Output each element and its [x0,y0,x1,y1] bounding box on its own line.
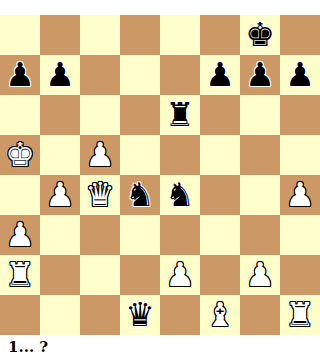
square-e3[interactable] [160,215,200,255]
square-e7[interactable] [160,55,200,95]
white-king-piece[interactable]: ♚ [5,135,35,175]
puzzle-window: BWTC.0764 ♚♟♟♟♟♟♜♚♟♟♛♞♞♟♟♜♟♟♛♝♜ 1... ? [0,0,320,360]
square-b4[interactable]: ♟ [40,175,80,215]
square-f6[interactable] [200,95,240,135]
white-rook-piece[interactable]: ♜ [5,255,35,295]
square-a8[interactable] [0,15,40,55]
square-d2[interactable] [120,255,160,295]
square-g1[interactable] [240,295,280,335]
square-h2[interactable] [280,255,320,295]
square-a1[interactable] [0,295,40,335]
square-b3[interactable] [40,215,80,255]
square-b2[interactable] [40,255,80,295]
black-rook-piece[interactable]: ♜ [165,95,195,135]
square-h1[interactable]: ♜ [280,295,320,335]
square-g2[interactable]: ♟ [240,255,280,295]
square-e8[interactable] [160,15,200,55]
white-pawn-piece[interactable]: ♟ [245,255,275,295]
square-d6[interactable] [120,95,160,135]
square-h5[interactable] [280,135,320,175]
square-c8[interactable] [80,15,120,55]
title-bar: BWTC.0764 [0,0,320,15]
square-f8[interactable] [200,15,240,55]
square-d5[interactable] [120,135,160,175]
square-f1[interactable]: ♝ [200,295,240,335]
square-e1[interactable] [160,295,200,335]
square-h6[interactable] [280,95,320,135]
square-e2[interactable]: ♟ [160,255,200,295]
square-g6[interactable] [240,95,280,135]
square-d4[interactable]: ♞ [120,175,160,215]
square-d8[interactable] [120,15,160,55]
square-a6[interactable] [0,95,40,135]
black-pawn-piece[interactable]: ♟ [285,55,315,95]
square-c3[interactable] [80,215,120,255]
square-c7[interactable] [80,55,120,95]
square-c1[interactable] [80,295,120,335]
square-d1[interactable]: ♛ [120,295,160,335]
white-queen-piece[interactable]: ♛ [85,175,115,215]
square-a5[interactable]: ♚ [0,135,40,175]
square-h4[interactable]: ♟ [280,175,320,215]
black-pawn-piece[interactable]: ♟ [205,55,235,95]
square-f3[interactable] [200,215,240,255]
black-pawn-piece[interactable]: ♟ [245,55,275,95]
square-b8[interactable] [40,15,80,55]
square-c2[interactable] [80,255,120,295]
black-queen-piece[interactable]: ♛ [125,295,155,335]
black-pawn-piece[interactable]: ♟ [5,55,35,95]
square-g5[interactable] [240,135,280,175]
white-pawn-piece[interactable]: ♟ [85,135,115,175]
square-g4[interactable] [240,175,280,215]
square-f5[interactable] [200,135,240,175]
square-a2[interactable]: ♜ [0,255,40,295]
white-pawn-piece[interactable]: ♟ [45,175,75,215]
square-d3[interactable] [120,215,160,255]
square-g3[interactable] [240,215,280,255]
square-b6[interactable] [40,95,80,135]
square-c5[interactable]: ♟ [80,135,120,175]
square-a7[interactable]: ♟ [0,55,40,95]
move-prompt: 1... ? [0,335,320,360]
square-d7[interactable] [120,55,160,95]
square-a3[interactable]: ♟ [0,215,40,255]
square-c4[interactable]: ♛ [80,175,120,215]
square-f4[interactable] [200,175,240,215]
square-g7[interactable]: ♟ [240,55,280,95]
black-knight-piece[interactable]: ♞ [125,175,155,215]
white-pawn-piece[interactable]: ♟ [5,215,35,255]
square-h8[interactable] [280,15,320,55]
black-knight-piece[interactable]: ♞ [165,175,195,215]
square-b5[interactable] [40,135,80,175]
square-b7[interactable]: ♟ [40,55,80,95]
square-f2[interactable] [200,255,240,295]
square-e4[interactable]: ♞ [160,175,200,215]
square-h7[interactable]: ♟ [280,55,320,95]
square-e6[interactable]: ♜ [160,95,200,135]
square-a4[interactable] [0,175,40,215]
black-king-piece[interactable]: ♚ [245,15,275,55]
square-f7[interactable]: ♟ [200,55,240,95]
white-rook-piece[interactable]: ♜ [285,295,315,335]
black-pawn-piece[interactable]: ♟ [45,55,75,95]
white-pawn-piece[interactable]: ♟ [285,175,315,215]
square-c6[interactable] [80,95,120,135]
square-b1[interactable] [40,295,80,335]
white-bishop-piece[interactable]: ♝ [205,295,235,335]
white-pawn-piece[interactable]: ♟ [165,255,195,295]
square-e5[interactable] [160,135,200,175]
chess-board: ♚♟♟♟♟♟♜♚♟♟♛♞♞♟♟♜♟♟♛♝♜ [0,15,320,335]
square-g8[interactable]: ♚ [240,15,280,55]
square-h3[interactable] [280,215,320,255]
